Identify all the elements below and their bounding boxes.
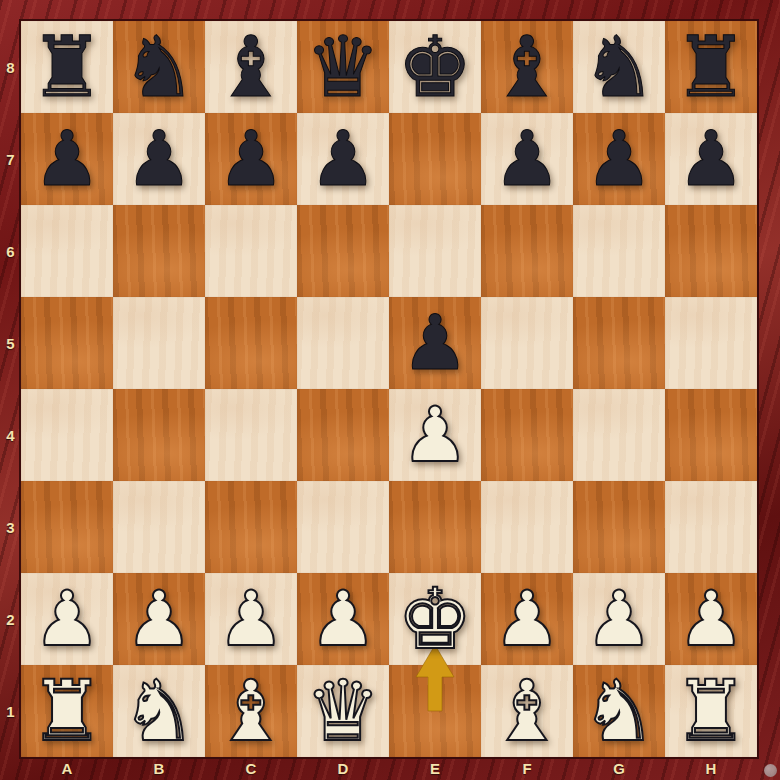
- rank-label-5: 5: [0, 297, 21, 389]
- piece-white-pawn[interactable]: ♟: [217, 573, 285, 665]
- square-g8[interactable]: ♞: [573, 21, 665, 113]
- piece-white-pawn[interactable]: ♟: [401, 389, 469, 481]
- square-c8[interactable]: ♝: [205, 21, 297, 113]
- piece-white-king[interactable]: ♚: [397, 573, 472, 665]
- piece-black-pawn[interactable]: ♟: [493, 113, 561, 205]
- square-d5[interactable]: [297, 297, 389, 389]
- square-e6[interactable]: [389, 205, 481, 297]
- square-a1[interactable]: ♜: [21, 665, 113, 757]
- piece-white-pawn[interactable]: ♟: [125, 573, 193, 665]
- square-h7[interactable]: ♟: [665, 113, 757, 205]
- square-f1[interactable]: ♝: [481, 665, 573, 757]
- piece-black-queen[interactable]: ♛: [305, 21, 380, 113]
- square-d1[interactable]: ♛: [297, 665, 389, 757]
- square-a4[interactable]: [21, 389, 113, 481]
- rank-label-1: 1: [0, 665, 21, 757]
- file-label-a: A: [21, 757, 113, 780]
- square-f4[interactable]: [481, 389, 573, 481]
- square-h1[interactable]: ♜: [665, 665, 757, 757]
- square-f7[interactable]: ♟: [481, 113, 573, 205]
- square-g5[interactable]: [573, 297, 665, 389]
- square-d7[interactable]: ♟: [297, 113, 389, 205]
- square-g4[interactable]: [573, 389, 665, 481]
- file-label-d: D: [297, 757, 389, 780]
- square-a2[interactable]: ♟: [21, 573, 113, 665]
- square-e3[interactable]: [389, 481, 481, 573]
- square-b2[interactable]: ♟: [113, 573, 205, 665]
- piece-white-pawn[interactable]: ♟: [585, 573, 653, 665]
- square-c5[interactable]: [205, 297, 297, 389]
- piece-black-rook[interactable]: ♜: [29, 21, 104, 113]
- square-b3[interactable]: [113, 481, 205, 573]
- piece-white-pawn[interactable]: ♟: [33, 573, 101, 665]
- square-a8[interactable]: ♜: [21, 21, 113, 113]
- rank-label-8: 8: [0, 21, 21, 113]
- square-a6[interactable]: [21, 205, 113, 297]
- square-f2[interactable]: ♟: [481, 573, 573, 665]
- chess-board: ♜♞♝♛♚♝♞♜♟♟♟♟♟♟♟♟♟♟♟♟♟♚♟♟♟♜♞♝♛♝♞♜: [21, 21, 757, 757]
- file-label-b: B: [113, 757, 205, 780]
- piece-white-pawn[interactable]: ♟: [493, 573, 561, 665]
- piece-black-pawn[interactable]: ♟: [401, 297, 469, 389]
- square-f5[interactable]: [481, 297, 573, 389]
- square-g6[interactable]: [573, 205, 665, 297]
- square-f6[interactable]: [481, 205, 573, 297]
- file-label-f: F: [481, 757, 573, 780]
- piece-white-rook[interactable]: ♜: [29, 665, 104, 757]
- square-a7[interactable]: ♟: [21, 113, 113, 205]
- file-label-g: G: [573, 757, 665, 780]
- piece-white-knight[interactable]: ♞: [121, 665, 196, 757]
- square-b7[interactable]: ♟: [113, 113, 205, 205]
- piece-black-knight[interactable]: ♞: [581, 21, 656, 113]
- square-b5[interactable]: [113, 297, 205, 389]
- rank-label-4: 4: [0, 389, 21, 481]
- piece-black-pawn[interactable]: ♟: [677, 113, 745, 205]
- square-c2[interactable]: ♟: [205, 573, 297, 665]
- chess-board-frame: ♜♞♝♛♚♝♞♜♟♟♟♟♟♟♟♟♟♟♟♟♟♚♟♟♟♜♞♝♛♝♞♜ 8765432…: [0, 0, 780, 780]
- square-g1[interactable]: ♞: [573, 665, 665, 757]
- square-d6[interactable]: [297, 205, 389, 297]
- piece-white-pawn[interactable]: ♟: [309, 573, 377, 665]
- rank-label-6: 6: [0, 205, 21, 297]
- piece-black-pawn[interactable]: ♟: [585, 113, 653, 205]
- square-c4[interactable]: [205, 389, 297, 481]
- square-g3[interactable]: [573, 481, 665, 573]
- square-d3[interactable]: [297, 481, 389, 573]
- square-h8[interactable]: ♜: [665, 21, 757, 113]
- square-b8[interactable]: ♞: [113, 21, 205, 113]
- square-d8[interactable]: ♛: [297, 21, 389, 113]
- piece-white-bishop[interactable]: ♝: [213, 665, 288, 757]
- square-e2[interactable]: ♚: [389, 573, 481, 665]
- piece-black-pawn[interactable]: ♟: [217, 113, 285, 205]
- square-f8[interactable]: ♝: [481, 21, 573, 113]
- file-label-c: C: [205, 757, 297, 780]
- square-e1[interactable]: [389, 665, 481, 757]
- piece-white-pawn[interactable]: ♟: [677, 573, 745, 665]
- square-b1[interactable]: ♞: [113, 665, 205, 757]
- piece-black-pawn[interactable]: ♟: [33, 113, 101, 205]
- square-a5[interactable]: [21, 297, 113, 389]
- square-h3[interactable]: [665, 481, 757, 573]
- square-f3[interactable]: [481, 481, 573, 573]
- square-g7[interactable]: ♟: [573, 113, 665, 205]
- square-h4[interactable]: [665, 389, 757, 481]
- square-e7[interactable]: [389, 113, 481, 205]
- piece-white-bishop[interactable]: ♝: [489, 665, 564, 757]
- rank-label-2: 2: [0, 573, 21, 665]
- piece-white-knight[interactable]: ♞: [581, 665, 656, 757]
- file-label-e: E: [389, 757, 481, 780]
- piece-black-king[interactable]: ♚: [397, 21, 472, 113]
- piece-black-bishop[interactable]: ♝: [489, 21, 564, 113]
- square-c3[interactable]: [205, 481, 297, 573]
- piece-white-rook[interactable]: ♜: [673, 665, 748, 757]
- square-h5[interactable]: [665, 297, 757, 389]
- rank-label-3: 3: [0, 481, 21, 573]
- square-e4[interactable]: ♟: [389, 389, 481, 481]
- square-a3[interactable]: [21, 481, 113, 573]
- square-e5[interactable]: ♟: [389, 297, 481, 389]
- square-e8[interactable]: ♚: [389, 21, 481, 113]
- square-h2[interactable]: ♟: [665, 573, 757, 665]
- square-c1[interactable]: ♝: [205, 665, 297, 757]
- piece-white-queen[interactable]: ♛: [305, 665, 380, 757]
- square-g2[interactable]: ♟: [573, 573, 665, 665]
- square-b6[interactable]: [113, 205, 205, 297]
- piece-black-knight[interactable]: ♞: [121, 21, 196, 113]
- piece-black-rook[interactable]: ♜: [673, 21, 748, 113]
- square-c7[interactable]: ♟: [205, 113, 297, 205]
- piece-black-pawn[interactable]: ♟: [125, 113, 193, 205]
- square-d4[interactable]: [297, 389, 389, 481]
- corner-dot: [764, 764, 777, 777]
- file-label-h: H: [665, 757, 757, 780]
- rank-label-7: 7: [0, 113, 21, 205]
- square-d2[interactable]: ♟: [297, 573, 389, 665]
- square-b4[interactable]: [113, 389, 205, 481]
- square-c6[interactable]: [205, 205, 297, 297]
- square-h6[interactable]: [665, 205, 757, 297]
- piece-black-bishop[interactable]: ♝: [213, 21, 288, 113]
- piece-black-pawn[interactable]: ♟: [309, 113, 377, 205]
